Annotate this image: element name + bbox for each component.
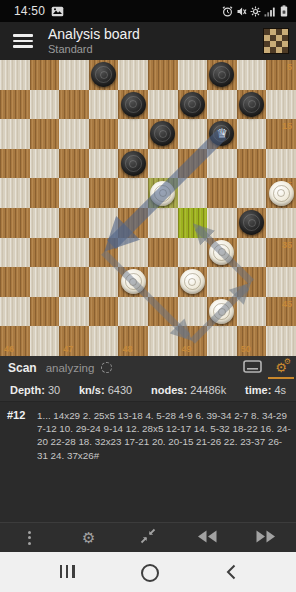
active-tab-indicator (268, 377, 294, 379)
board-square-42[interactable] (89, 297, 119, 327)
black-man-square-18[interactable] (121, 151, 146, 176)
board-square[interactable] (118, 238, 148, 268)
fast-forward-icon (256, 529, 276, 547)
board-square[interactable] (0, 178, 30, 208)
board-square-24[interactable] (207, 178, 237, 208)
collapse-arrows-icon (139, 527, 157, 549)
board-square[interactable] (0, 119, 30, 149)
board-square-48[interactable]: 48 (118, 326, 148, 356)
android-nav-bar (0, 552, 296, 592)
board-square-21[interactable] (30, 178, 60, 208)
board-square[interactable] (266, 326, 296, 356)
black-man-square-4[interactable] (209, 62, 234, 87)
board-square-35[interactable]: 35 (266, 238, 296, 268)
kns-value: 6430 (108, 384, 132, 396)
recents-button[interactable] (60, 565, 75, 578)
board-square[interactable] (59, 178, 89, 208)
board-square-6[interactable] (0, 90, 30, 120)
board-square-31[interactable] (30, 238, 60, 268)
board-square[interactable] (148, 326, 178, 356)
board-square-22[interactable] (89, 178, 119, 208)
board-square[interactable] (266, 149, 296, 179)
white-man-square-34[interactable] (209, 240, 234, 265)
board-square-25[interactable]: 25 (266, 178, 296, 208)
board-square-5[interactable]: 5 (266, 60, 296, 90)
board-square[interactable] (178, 119, 208, 149)
board-square[interactable] (266, 208, 296, 238)
white-man-square-38[interactable] (121, 269, 146, 294)
board-square[interactable] (30, 208, 60, 238)
board-grid: 5♛152535454647484950 (0, 60, 296, 356)
depth-value: 30 (48, 384, 60, 396)
principal-variation-row[interactable]: #12 1... 14x29 2. 25x5 13-18 4. 5-28 4-9… (0, 402, 296, 462)
board-square-39[interactable] (178, 267, 208, 297)
board-square-32[interactable] (89, 238, 119, 268)
move-list: 1... 14x29 2. 25x5 13-18 4. 5-28 4-9 6. … (37, 409, 296, 462)
board-square-14[interactable]: ♛ (207, 119, 237, 149)
board-square[interactable] (207, 267, 237, 297)
black-man-square-30[interactable] (239, 210, 264, 235)
board-square-49[interactable]: 49 (178, 326, 208, 356)
board-square[interactable] (0, 297, 30, 327)
square-number-label: 48 (122, 344, 132, 354)
bottom-toolbar: ⚙ (0, 522, 296, 552)
board-square[interactable] (148, 90, 178, 120)
nodes-value: 24486k (190, 384, 226, 396)
board-square[interactable] (118, 297, 148, 327)
board-square-20[interactable] (237, 149, 267, 179)
board-square[interactable] (148, 208, 178, 238)
black-man-square-13[interactable] (150, 121, 175, 146)
board-square-26[interactable] (0, 208, 30, 238)
board-square[interactable] (89, 208, 119, 238)
black-man-square-2[interactable] (91, 62, 116, 87)
square-number-label: 5 (287, 62, 292, 72)
board-square-9[interactable] (178, 90, 208, 120)
board-square-40[interactable] (237, 267, 267, 297)
white-man-square-39[interactable] (180, 269, 205, 294)
white-man-square-23[interactable] (150, 181, 175, 206)
board-square[interactable] (118, 119, 148, 149)
board-square[interactable] (178, 297, 208, 327)
board-square-44[interactable] (207, 297, 237, 327)
board-square[interactable] (178, 60, 208, 90)
board-square-10[interactable] (237, 90, 267, 120)
board-square-28[interactable] (118, 208, 148, 238)
more-options-button[interactable] (0, 523, 59, 552)
time-label: time: (245, 384, 271, 396)
board-square[interactable] (89, 326, 119, 356)
board-square-8[interactable] (118, 90, 148, 120)
board-square[interactable] (237, 238, 267, 268)
board-square[interactable] (0, 60, 30, 90)
square-number-label: 46 (4, 344, 14, 354)
board-square[interactable] (266, 90, 296, 120)
board-square[interactable] (0, 238, 30, 268)
time-value: 4s (274, 384, 286, 396)
board-square-27[interactable] (59, 208, 89, 238)
board-square[interactable] (30, 149, 60, 179)
square-number-label: 45 (282, 299, 292, 309)
board-square[interactable] (178, 178, 208, 208)
board-square-46[interactable]: 46 (0, 326, 30, 356)
white-man-square-44[interactable] (209, 299, 234, 324)
black-man-square-8[interactable] (121, 92, 146, 117)
board-square[interactable] (30, 326, 60, 356)
more-vert-icon (28, 531, 31, 545)
step-back-button[interactable] (178, 523, 237, 552)
black-king-square-14[interactable]: ♛ (209, 121, 234, 146)
board-square-15[interactable]: 15 (266, 119, 296, 149)
board-square-16[interactable] (0, 149, 30, 179)
board-square-12[interactable] (89, 119, 119, 149)
evaluation-score: #12 (0, 409, 37, 462)
black-man-square-10[interactable] (239, 92, 264, 117)
engine-settings-icon[interactable]: ⚙⚙ (272, 361, 290, 374)
board-square-50[interactable]: 50 (237, 326, 267, 356)
board-square[interactable] (148, 267, 178, 297)
collapse-button[interactable] (118, 523, 177, 552)
board-square-38[interactable] (118, 267, 148, 297)
busy-spinner-icon (101, 362, 112, 373)
board-square-11[interactable] (30, 119, 60, 149)
board-square[interactable] (59, 297, 89, 327)
engine-status: analyzing (46, 362, 95, 374)
board-square-33[interactable] (148, 238, 178, 268)
nodes-label: nodes: (151, 384, 187, 396)
engine-header: Scan analyzing ⚙⚙ (0, 356, 296, 379)
engine-name: Scan (8, 361, 37, 375)
board-square-4[interactable] (207, 60, 237, 90)
board-square-47[interactable]: 47 (59, 326, 89, 356)
screen: 14:50 Analysis board (0, 0, 296, 592)
board-square-30[interactable] (237, 208, 267, 238)
engine-stats: Depth: 30 kn/s: 6430 nodes: 24486k time:… (0, 379, 296, 402)
board-square[interactable] (118, 178, 148, 208)
app-bar: Analysis board ♛ Standard (0, 22, 296, 60)
board-square[interactable] (89, 90, 119, 120)
white-man-square-25[interactable] (269, 181, 294, 206)
back-button[interactable] (226, 564, 236, 584)
board-square[interactable] (89, 149, 119, 179)
board-square-29[interactable] (178, 208, 208, 238)
board-square[interactable] (89, 267, 119, 297)
board-square[interactable] (266, 267, 296, 297)
board-square-41[interactable] (30, 297, 60, 327)
square-number-label: 15 (282, 121, 292, 131)
board-square-34[interactable] (207, 238, 237, 268)
board-square[interactable] (207, 149, 237, 179)
kns-label: kn/s: (79, 384, 105, 396)
board-square-18[interactable] (118, 149, 148, 179)
board-square-7[interactable] (59, 90, 89, 120)
home-button[interactable] (141, 564, 159, 582)
board-square[interactable] (237, 119, 267, 149)
board-square[interactable] (207, 326, 237, 356)
board-square[interactable] (30, 267, 60, 297)
rewind-icon (197, 529, 217, 547)
board-square-37[interactable] (59, 267, 89, 297)
board-square[interactable] (59, 238, 89, 268)
square-number-label: 47 (63, 344, 73, 354)
board-square[interactable] (59, 119, 89, 149)
board-square[interactable] (237, 60, 267, 90)
king-crown-icon: ♛ (209, 121, 234, 146)
board-square[interactable] (237, 178, 267, 208)
engine-output-icon[interactable] (243, 359, 262, 377)
board-square-45[interactable]: 45 (266, 297, 296, 327)
step-forward-button[interactable] (237, 523, 296, 552)
board-square-36[interactable] (0, 267, 30, 297)
depth-label: Depth: (10, 384, 45, 396)
board-square[interactable] (118, 60, 148, 90)
board-square-2[interactable] (89, 60, 119, 90)
board-square[interactable] (178, 238, 208, 268)
board-square[interactable] (148, 149, 178, 179)
board-square-1[interactable] (30, 60, 60, 90)
square-number-label: 49 (182, 344, 192, 354)
board-square-3[interactable] (148, 60, 178, 90)
settings-button[interactable]: ⚙ (59, 523, 118, 552)
board-square[interactable] (59, 60, 89, 90)
board-square-13[interactable] (148, 119, 178, 149)
square-number-label: 50 (241, 344, 251, 354)
board-square[interactable] (207, 208, 237, 238)
board-square[interactable] (237, 297, 267, 327)
board-square-43[interactable] (148, 297, 178, 327)
board-square-17[interactable] (59, 149, 89, 179)
gear-icon: ⚙ (82, 530, 95, 545)
board-square[interactable] (30, 90, 60, 120)
square-number-label: 35 (282, 240, 292, 250)
board-square-19[interactable] (178, 149, 208, 179)
board-square[interactable] (207, 90, 237, 120)
draughts-board: 5♛152535454647484950 (0, 60, 296, 356)
black-man-square-9[interactable] (180, 92, 205, 117)
board-square-23[interactable] (148, 178, 178, 208)
engine-panel: Scan analyzing ⚙⚙ Depth: 30 kn/s: 6430 n… (0, 356, 296, 522)
